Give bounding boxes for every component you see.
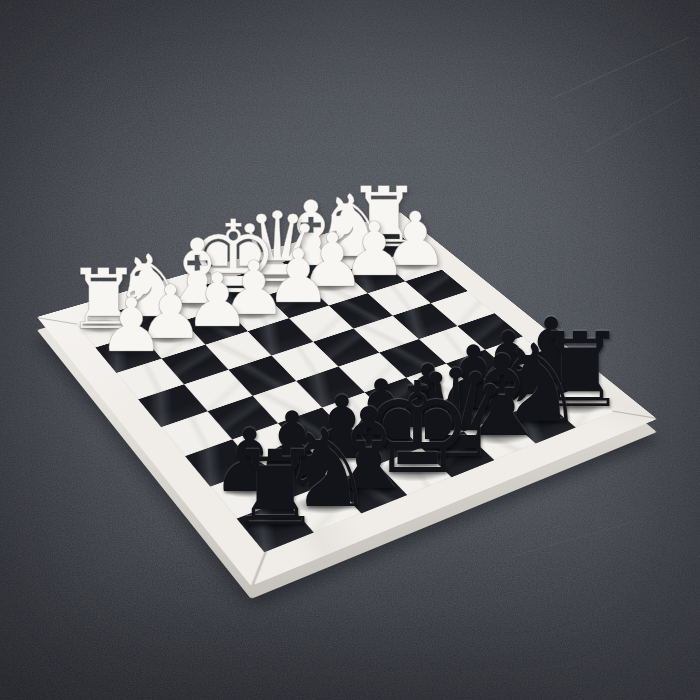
piece-white-pawn[interactable]: ♟ [98, 289, 165, 363]
piece-black-rook[interactable]: ♜ [229, 437, 322, 540]
scene: ♜♞♝♛♚♝♞♜♟♟♟♟♟♟♟♟♟♟♟♟♟♟♟♟♜♞♝♛♚♝♞♜ [0, 0, 700, 700]
pieces-layer: ♜♞♝♛♚♝♞♜♟♟♟♟♟♟♟♟♟♟♟♟♟♟♟♟♜♞♝♛♚♝♞♜ [0, 0, 700, 700]
